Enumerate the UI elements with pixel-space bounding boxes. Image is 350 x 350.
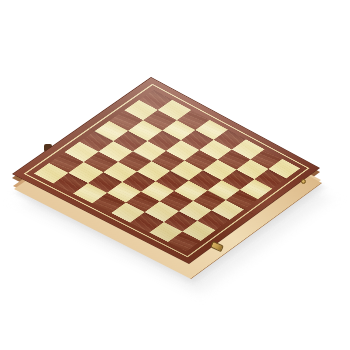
product-photo-scene bbox=[0, 0, 350, 350]
brass-pin bbox=[301, 179, 306, 184]
